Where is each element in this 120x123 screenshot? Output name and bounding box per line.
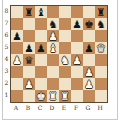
black-pawn-c5: ♟: [35, 42, 47, 54]
square-g2[interactable]: ♟: [83, 78, 95, 90]
square-d6[interactable]: ♟: [47, 30, 59, 42]
square-h3[interactable]: [95, 66, 107, 78]
square-e5[interactable]: [59, 42, 71, 54]
white-pawn-a4: ♟: [11, 54, 23, 66]
file-label-e: E: [58, 104, 70, 111]
file-label-a: A: [10, 104, 22, 111]
black-pawn-f7: ♟: [71, 18, 83, 30]
white-pawn-b2: ♟: [23, 78, 35, 90]
square-g3[interactable]: ♟: [83, 66, 95, 78]
file-label-f: F: [70, 104, 82, 111]
square-a4[interactable]: ♟: [11, 54, 23, 66]
square-c2[interactable]: [35, 78, 47, 90]
black-king-g7: ♚: [83, 18, 95, 30]
black-knight-h7: ♞: [95, 18, 107, 30]
file-label-h: H: [94, 104, 106, 111]
square-a7[interactable]: [11, 18, 23, 30]
square-c3[interactable]: [35, 66, 47, 78]
square-e7[interactable]: [59, 18, 71, 30]
file-label-b: B: [22, 104, 34, 111]
white-bishop-d5: ♝: [47, 42, 59, 54]
white-queen-h5: ♛: [95, 42, 107, 54]
white-king-c1: ♚: [35, 90, 47, 102]
rank-label-7: 7: [3, 17, 10, 29]
square-c5[interactable]: ♟: [35, 42, 47, 54]
square-c4[interactable]: [35, 54, 47, 66]
square-b4[interactable]: ♛: [23, 54, 35, 66]
square-h5[interactable]: ♛: [95, 42, 107, 54]
square-a2[interactable]: [11, 78, 23, 90]
square-f8[interactable]: [71, 6, 83, 18]
square-d1[interactable]: ♜: [47, 90, 59, 102]
square-g5[interactable]: ♟: [83, 42, 95, 54]
black-pawn-b5: ♟: [23, 42, 35, 54]
square-h8[interactable]: ♜: [95, 6, 107, 18]
square-h6[interactable]: [95, 30, 107, 42]
white-rook-e1: ♜: [59, 90, 71, 102]
rank-label-1: 1: [3, 89, 10, 101]
rank-label-4: 4: [3, 53, 10, 65]
square-a1[interactable]: [11, 90, 23, 102]
square-d4[interactable]: [47, 54, 59, 66]
square-f6[interactable]: [71, 30, 83, 42]
square-d2[interactable]: [47, 78, 59, 90]
square-g6[interactable]: [83, 30, 95, 42]
square-b2[interactable]: ♟: [23, 78, 35, 90]
black-bishop-c8: ♝: [35, 6, 47, 18]
square-a8[interactable]: [11, 6, 23, 18]
black-queen-b4: ♛: [23, 54, 35, 66]
black-rook-h8: ♜: [95, 6, 107, 18]
square-e1[interactable]: ♜: [59, 90, 71, 102]
square-e6[interactable]: [59, 30, 71, 42]
square-a6[interactable]: ♟: [11, 30, 23, 42]
square-b7[interactable]: [23, 18, 35, 30]
square-d7[interactable]: ♞: [47, 18, 59, 30]
square-a5[interactable]: [11, 42, 23, 54]
white-pawn-d6: ♟: [47, 30, 59, 42]
square-b3[interactable]: [23, 66, 35, 78]
square-b6[interactable]: [23, 30, 35, 42]
square-e8[interactable]: [59, 6, 71, 18]
square-d3[interactable]: [47, 66, 59, 78]
square-f4[interactable]: ♟: [71, 54, 83, 66]
square-d5[interactable]: ♝: [47, 42, 59, 54]
square-c7[interactable]: [35, 18, 47, 30]
rank-label-6: 6: [3, 29, 10, 41]
square-h4[interactable]: [95, 54, 107, 66]
black-rook-b8: ♜: [23, 6, 35, 18]
square-g1[interactable]: [83, 90, 95, 102]
square-f3[interactable]: [71, 66, 83, 78]
square-b5[interactable]: ♟: [23, 42, 35, 54]
white-knight-e4: ♞: [59, 54, 71, 66]
white-pawn-g3: ♟: [83, 66, 95, 78]
square-f5[interactable]: [71, 42, 83, 54]
file-labels: ABCDEFGH: [10, 104, 106, 111]
square-f2[interactable]: [71, 78, 83, 90]
square-c1[interactable]: ♚: [35, 90, 47, 102]
square-e3[interactable]: [59, 66, 71, 78]
chess-board: ♜♝♜♞♟♚♞♟♟♟♟♝♟♛♟♛♞♟♟♟♟♚♜♜: [10, 5, 108, 103]
square-b8[interactable]: ♜: [23, 6, 35, 18]
file-label-g: G: [82, 104, 94, 111]
black-knight-d7: ♞: [47, 18, 59, 30]
rank-label-8: 8: [3, 5, 10, 17]
file-label-d: D: [46, 104, 58, 111]
file-label-c: C: [34, 104, 46, 111]
square-a3[interactable]: [11, 66, 23, 78]
rank-label-5: 5: [3, 41, 10, 53]
square-g4[interactable]: [83, 54, 95, 66]
square-h1[interactable]: [95, 90, 107, 102]
square-c8[interactable]: ♝: [35, 6, 47, 18]
black-pawn-g5: ♟: [83, 42, 95, 54]
white-pawn-f4: ♟: [71, 54, 83, 66]
square-h2[interactable]: [95, 78, 107, 90]
square-e2[interactable]: [59, 78, 71, 90]
square-d8[interactable]: [47, 6, 59, 18]
white-pawn-g2: ♟: [83, 78, 95, 90]
rank-labels: 87654321: [3, 5, 10, 103]
square-f1[interactable]: [71, 90, 83, 102]
chess-diagram: 87654321 ♜♝♜♞♟♚♞♟♟♟♟♝♟♛♟♛♞♟♟♟♟♚♜♜: [3, 5, 108, 103]
square-c6[interactable]: [35, 30, 47, 42]
square-h7[interactable]: ♞: [95, 18, 107, 30]
square-g7[interactable]: ♚: [83, 18, 95, 30]
rank-label-2: 2: [3, 77, 10, 89]
rank-label-3: 3: [3, 65, 10, 77]
white-rook-d1: ♜: [47, 90, 59, 102]
square-e4[interactable]: ♞: [59, 54, 71, 66]
black-pawn-a6: ♟: [11, 30, 23, 42]
square-f7[interactable]: ♟: [71, 18, 83, 30]
square-b1[interactable]: [23, 90, 35, 102]
square-g8[interactable]: [83, 6, 95, 18]
